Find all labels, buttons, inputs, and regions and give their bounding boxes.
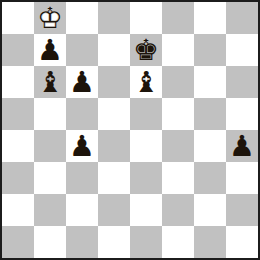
square-f3[interactable] — [162, 162, 194, 194]
white-king[interactable]: ♚♔ — [34, 2, 66, 34]
square-d1[interactable] — [98, 226, 130, 258]
square-h2[interactable] — [226, 194, 258, 226]
square-g2[interactable] — [194, 194, 226, 226]
square-g5[interactable] — [194, 98, 226, 130]
square-b1[interactable] — [34, 226, 66, 258]
square-g1[interactable] — [194, 226, 226, 258]
square-f7[interactable] — [162, 34, 194, 66]
black-pawn[interactable]: ♟ — [66, 66, 98, 98]
square-b5[interactable] — [34, 98, 66, 130]
black-bishop[interactable]: ♝ — [34, 66, 66, 98]
square-e7[interactable]: ♚ — [130, 34, 162, 66]
square-f4[interactable] — [162, 130, 194, 162]
square-c2[interactable] — [66, 194, 98, 226]
square-f8[interactable] — [162, 2, 194, 34]
square-h1[interactable] — [226, 226, 258, 258]
square-h8[interactable] — [226, 2, 258, 34]
square-e1[interactable] — [130, 226, 162, 258]
square-b2[interactable] — [34, 194, 66, 226]
square-d3[interactable] — [98, 162, 130, 194]
square-c7[interactable] — [66, 34, 98, 66]
square-e8[interactable] — [130, 2, 162, 34]
square-e6[interactable]: ♝ — [130, 66, 162, 98]
square-g4[interactable] — [194, 130, 226, 162]
square-d8[interactable] — [98, 2, 130, 34]
square-b3[interactable] — [34, 162, 66, 194]
square-d5[interactable] — [98, 98, 130, 130]
square-a4[interactable] — [2, 130, 34, 162]
square-a5[interactable] — [2, 98, 34, 130]
square-g7[interactable] — [194, 34, 226, 66]
square-d7[interactable] — [98, 34, 130, 66]
square-a1[interactable] — [2, 226, 34, 258]
square-f1[interactable] — [162, 226, 194, 258]
square-d2[interactable] — [98, 194, 130, 226]
square-g6[interactable] — [194, 66, 226, 98]
square-c5[interactable] — [66, 98, 98, 130]
square-f2[interactable] — [162, 194, 194, 226]
square-c1[interactable] — [66, 226, 98, 258]
square-g8[interactable] — [194, 2, 226, 34]
black-pawn[interactable]: ♟ — [34, 34, 66, 66]
black-bishop[interactable]: ♝ — [130, 66, 162, 98]
square-a7[interactable] — [2, 34, 34, 66]
square-a6[interactable] — [2, 66, 34, 98]
square-f6[interactable] — [162, 66, 194, 98]
square-b8[interactable]: ♚♔ — [34, 2, 66, 34]
square-c8[interactable] — [66, 2, 98, 34]
square-b4[interactable] — [34, 130, 66, 162]
square-b7[interactable]: ♟ — [34, 34, 66, 66]
black-pawn[interactable]: ♟ — [226, 130, 258, 162]
square-e2[interactable] — [130, 194, 162, 226]
square-e3[interactable] — [130, 162, 162, 194]
square-d4[interactable] — [98, 130, 130, 162]
square-d6[interactable] — [98, 66, 130, 98]
square-c6[interactable]: ♟ — [66, 66, 98, 98]
square-f5[interactable] — [162, 98, 194, 130]
square-h7[interactable] — [226, 34, 258, 66]
chess-board: ♚♔♟♚♝♟♝♟♟ — [0, 0, 260, 260]
square-c3[interactable] — [66, 162, 98, 194]
black-pawn[interactable]: ♟ — [66, 130, 98, 162]
square-a3[interactable] — [2, 162, 34, 194]
square-g3[interactable] — [194, 162, 226, 194]
square-h4[interactable]: ♟ — [226, 130, 258, 162]
square-h6[interactable] — [226, 66, 258, 98]
square-h3[interactable] — [226, 162, 258, 194]
square-a2[interactable] — [2, 194, 34, 226]
black-king[interactable]: ♚ — [130, 34, 162, 66]
square-c4[interactable]: ♟ — [66, 130, 98, 162]
square-b6[interactable]: ♝ — [34, 66, 66, 98]
square-e4[interactable] — [130, 130, 162, 162]
square-h5[interactable] — [226, 98, 258, 130]
square-e5[interactable] — [130, 98, 162, 130]
white-king-outline: ♔ — [34, 2, 66, 34]
square-a8[interactable] — [2, 2, 34, 34]
